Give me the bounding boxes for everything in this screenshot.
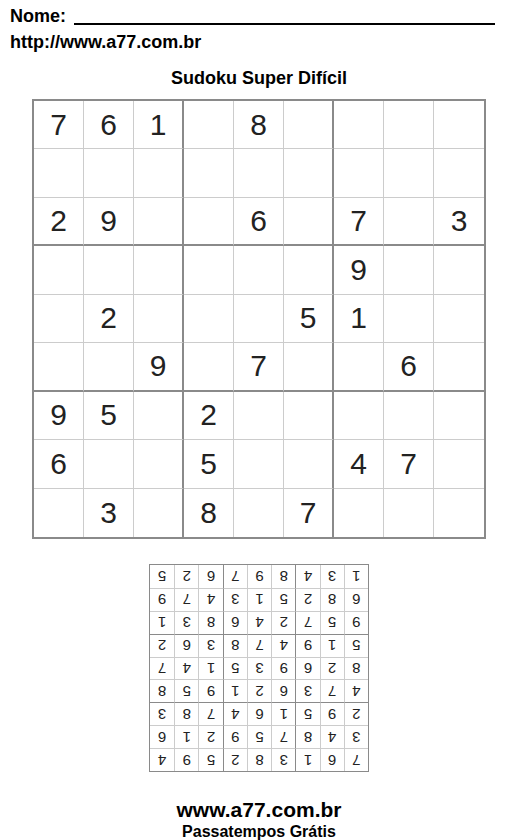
solution-cell: 1: [223, 679, 247, 702]
solution-cell: 3: [295, 679, 319, 702]
solution-cell: 8: [295, 725, 319, 748]
puzzle-cell: [134, 295, 184, 343]
page-title: Sudoku Super Difícil: [0, 68, 518, 89]
puzzle-cell: 5: [284, 295, 334, 343]
puzzle-cell: [84, 149, 134, 197]
solution-cell: 6: [198, 565, 222, 588]
solution-cell: 6: [344, 588, 368, 611]
solution-cell: 3: [247, 657, 271, 680]
solution-cell: 9: [344, 611, 368, 634]
puzzle-cell: [384, 198, 434, 246]
puzzle-cell: 1: [334, 295, 384, 343]
puzzle-cell: 7: [384, 440, 434, 488]
footer-site: www.a77.com.br: [0, 798, 518, 822]
puzzle-cell: [284, 246, 334, 294]
solution-cell: 4: [295, 565, 319, 588]
solution-cell: 4: [150, 748, 174, 771]
solution-cell: 3: [198, 634, 222, 657]
solution-cell: 5: [271, 588, 295, 611]
solution-cell: 5: [150, 565, 174, 588]
puzzle-cell: 6: [384, 343, 434, 391]
solution-cell: 7: [271, 725, 295, 748]
solution-cell: 4: [223, 702, 247, 725]
solution-cell: 4: [198, 588, 222, 611]
puzzle-cell: [384, 392, 434, 440]
puzzle-cell: 5: [184, 440, 234, 488]
puzzle-cell: [34, 343, 84, 391]
solution-cell: 5: [198, 748, 222, 771]
solution-cell: 1: [150, 611, 174, 634]
puzzle-cell: [34, 246, 84, 294]
solution-cell: 2: [271, 611, 295, 634]
puzzle-cell: [334, 101, 384, 149]
solution-cell: 6: [247, 702, 271, 725]
solution-cell: 6: [271, 679, 295, 702]
puzzle-cell: [34, 149, 84, 197]
puzzle-cell: [184, 295, 234, 343]
puzzle-cell: [184, 198, 234, 246]
puzzle-cell: [84, 440, 134, 488]
footer: www.a77.com.br Passatempos Grátis: [0, 798, 518, 840]
puzzle-cell: [284, 149, 334, 197]
name-label: Nome:: [10, 5, 66, 27]
solution-cell: 7: [344, 748, 368, 771]
solution-cell: 2: [247, 679, 271, 702]
puzzle-cell: [184, 246, 234, 294]
solution-cell: 1: [271, 702, 295, 725]
solution-cell: 8: [198, 611, 222, 634]
puzzle-cell: 3: [434, 198, 484, 246]
puzzle-cell: [334, 343, 384, 391]
solution-cell: 9: [174, 748, 198, 771]
solution-cell: 1: [198, 657, 222, 680]
solution-cell: 3: [344, 725, 368, 748]
solution-cell: 2: [198, 725, 222, 748]
puzzle-cell: 7: [234, 343, 284, 391]
puzzle-cell: [84, 246, 134, 294]
puzzle-cell: 9: [34, 392, 84, 440]
solution-cell: 4: [271, 634, 295, 657]
solution-cell: 6: [295, 657, 319, 680]
solution-cell: 1: [174, 725, 198, 748]
puzzle-cell: 7: [334, 198, 384, 246]
solution-cell: 4: [320, 725, 344, 748]
puzzle-cell: [434, 246, 484, 294]
puzzle-cell: [184, 343, 234, 391]
solution-cell: 8: [271, 565, 295, 588]
puzzle-cell: 6: [84, 101, 134, 149]
puzzle-cell: [184, 101, 234, 149]
solution-cell: 1: [320, 634, 344, 657]
solution-cell: 2: [174, 565, 198, 588]
solution-area: 7613825943487592162951647834736219588269…: [0, 564, 518, 772]
header: Nome: http://www.a77.com.br: [0, 5, 518, 52]
puzzle-cell: [134, 440, 184, 488]
solution-cell: 7: [174, 588, 198, 611]
solution-cell: 3: [320, 565, 344, 588]
puzzle-cell: [334, 149, 384, 197]
solution-cell: 8: [150, 679, 174, 702]
puzzle-cell: 5: [84, 392, 134, 440]
puzzle-cell: 9: [134, 343, 184, 391]
puzzle-cell: [284, 440, 334, 488]
puzzle-cell: [34, 489, 84, 537]
puzzle-cell: [134, 489, 184, 537]
solution-cell: 9: [247, 565, 271, 588]
solution-cell: 3: [150, 702, 174, 725]
solution-cell: 2: [344, 702, 368, 725]
puzzle-cell: [134, 392, 184, 440]
puzzle-cell: 2: [84, 295, 134, 343]
solution-cell: 2: [150, 634, 174, 657]
puzzle-cell: 2: [34, 198, 84, 246]
puzzle-cell: [434, 295, 484, 343]
puzzle-cell: 3: [84, 489, 134, 537]
solution-cell: 4: [344, 679, 368, 702]
solution-cell: 8: [174, 702, 198, 725]
puzzle-cell: [334, 489, 384, 537]
solution-cell: 1: [295, 748, 319, 771]
solution-cell: 5: [344, 634, 368, 657]
puzzle-cell: [134, 198, 184, 246]
solution-cell: 6: [320, 748, 344, 771]
puzzle-cell: [234, 246, 284, 294]
solution-cell: 8: [223, 634, 247, 657]
puzzle-cell: [234, 440, 284, 488]
puzzle-cell: [434, 343, 484, 391]
puzzle-grid: 76182967392519769526547387: [32, 99, 486, 539]
solution-cell: 9: [150, 588, 174, 611]
puzzle-cell: 7: [284, 489, 334, 537]
solution-cell: 9: [295, 634, 319, 657]
solution-cell: 5: [320, 611, 344, 634]
page: Nome: http://www.a77.com.br Sudoku Super…: [0, 0, 518, 840]
solution-cell: 8: [320, 588, 344, 611]
solution-cell: 5: [174, 679, 198, 702]
puzzle-cell: [284, 343, 334, 391]
puzzle-cell: [184, 149, 234, 197]
puzzle-cell: 9: [334, 246, 384, 294]
puzzle-cell: [434, 489, 484, 537]
solution-cell: 9: [320, 702, 344, 725]
puzzle-cell: [234, 489, 284, 537]
puzzle-cell: [384, 489, 434, 537]
puzzle-cell: [84, 343, 134, 391]
solution-cell: 9: [198, 679, 222, 702]
solution-cell: 7: [150, 657, 174, 680]
solution-cell: 6: [223, 611, 247, 634]
puzzle-cell: [34, 295, 84, 343]
puzzle-cell: [384, 246, 434, 294]
solution-cell: 4: [174, 657, 198, 680]
site-url-text: http://www.a77.com.br: [10, 32, 495, 52]
solution-cell: 5: [223, 657, 247, 680]
puzzle-cell: [434, 392, 484, 440]
puzzle-cell: [434, 440, 484, 488]
solution-cell: 8: [344, 657, 368, 680]
puzzle-cell: 2: [184, 392, 234, 440]
puzzle-cell: 7: [34, 101, 84, 149]
puzzle-cell: [434, 149, 484, 197]
footer-tagline: Passatempos Grátis: [0, 822, 518, 840]
solution-cell: 2: [223, 748, 247, 771]
puzzle-cell: [234, 295, 284, 343]
puzzle-cell: 1: [134, 101, 184, 149]
solution-cell: 2: [320, 657, 344, 680]
solution-cell: 3: [223, 588, 247, 611]
solution-cell: 3: [174, 611, 198, 634]
solution-cell: 6: [174, 634, 198, 657]
solution-cell: 7: [223, 565, 247, 588]
solution-cell: 5: [247, 725, 271, 748]
puzzle-cell: 4: [334, 440, 384, 488]
solution-cell: 7: [320, 679, 344, 702]
puzzle-cell: [234, 392, 284, 440]
puzzle-cell: [384, 295, 434, 343]
puzzle-cell: [284, 392, 334, 440]
solution-cell: 5: [295, 702, 319, 725]
name-underline: [74, 7, 495, 25]
solution-cell: 2: [295, 588, 319, 611]
solution-cell: 4: [247, 611, 271, 634]
solution-cell: 8: [247, 748, 271, 771]
puzzle-cell: [234, 149, 284, 197]
solution-cell: 7: [295, 611, 319, 634]
puzzle-cell: [434, 101, 484, 149]
puzzle-cell: 9: [84, 198, 134, 246]
puzzle-cell: 8: [184, 489, 234, 537]
solution-cell: 7: [247, 634, 271, 657]
solution-cell: 9: [223, 725, 247, 748]
puzzle-cell: [384, 101, 434, 149]
solution-cell: 7: [198, 702, 222, 725]
puzzle-cell: 6: [34, 440, 84, 488]
solution-cell: 3: [271, 748, 295, 771]
name-row: Nome:: [10, 5, 495, 27]
solution-cell: 9: [271, 657, 295, 680]
puzzle-cell: 8: [234, 101, 284, 149]
solution-cell: 1: [247, 588, 271, 611]
puzzle-cell: [384, 149, 434, 197]
solution-grid-rotated: 7613825943487592162951647834736219588269…: [149, 564, 369, 772]
solution-cell: 1: [344, 565, 368, 588]
puzzle-cell: 6: [234, 198, 284, 246]
puzzle-cell: [134, 246, 184, 294]
puzzle-cell: [134, 149, 184, 197]
puzzle-cell: [284, 198, 334, 246]
solution-cell: 6: [150, 725, 174, 748]
puzzle-cell: [284, 101, 334, 149]
puzzle-cell: [334, 392, 384, 440]
